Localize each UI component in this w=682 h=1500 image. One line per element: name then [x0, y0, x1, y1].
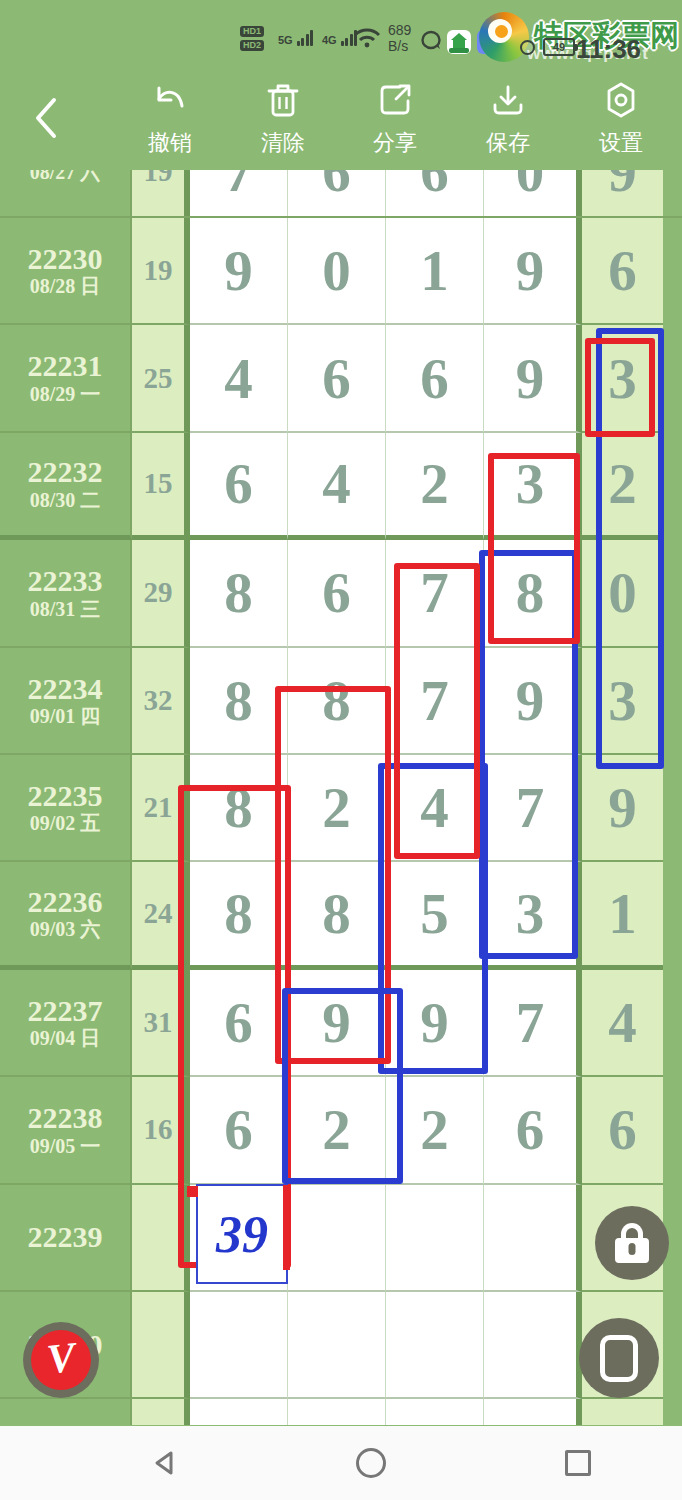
table-row: 08/27 六 19 7 6 6 0 9 — [0, 170, 682, 218]
tail-digit-cell: 6 — [582, 1077, 663, 1184]
sum-cell: 25 — [132, 325, 190, 432]
issue-cell: 22231 08/29 一 — [0, 325, 132, 432]
recents-square-icon — [565, 1450, 591, 1476]
hd-voice-icons: HD1 HD2 — [240, 26, 264, 51]
undo-icon — [127, 76, 213, 124]
digit-cell-1 — [190, 1399, 288, 1425]
handwritten-note-39: 39 — [196, 1184, 288, 1284]
wifi-icon — [352, 26, 382, 52]
digit-cell-2 — [288, 1292, 386, 1399]
blue-box-col2-22237-38 — [282, 988, 403, 1184]
issue-cell: 22239 — [0, 1185, 132, 1292]
digit-cell-4: 0 — [484, 170, 582, 218]
sum-cell: 15 — [132, 433, 190, 540]
issue-cell: 22236 09/03 六 — [0, 862, 132, 969]
digit-cell-1: 4 — [190, 325, 288, 432]
issue-date: 09/02 五 — [30, 811, 101, 835]
issue-cell — [0, 1399, 132, 1425]
clock-time: 11:36 — [576, 34, 641, 65]
red-box-tail-22231 — [585, 338, 655, 437]
tail-digit-cell: 1 — [582, 862, 663, 969]
issue-cell: 22232 08/30 二 — [0, 433, 132, 540]
digit-cell-3: 1 — [386, 218, 484, 325]
sum-cell: 19 — [132, 218, 190, 325]
status-bar: HD1 HD2 5G 4G 689 B/s — [0, 0, 682, 66]
save-icon — [465, 76, 551, 124]
share-icon — [352, 76, 438, 124]
share-button[interactable]: 分享 — [352, 76, 438, 158]
app-screen: HD1 HD2 5G 4G 689 B/s — [0, 0, 682, 1500]
digit-cell-3: 6 — [386, 170, 484, 218]
issue-number: 22238 — [28, 1102, 103, 1134]
nav-back-button[interactable] — [60, 1450, 267, 1476]
issue-cell: 22233 08/31 三 — [0, 540, 132, 647]
tail-digit-cell: 9 — [582, 755, 663, 862]
sum-cell: 19 — [132, 170, 190, 218]
digit-cell-3 — [386, 1292, 484, 1399]
digit-cell-3: 2 — [386, 433, 484, 540]
digit-cell-1: 9 — [190, 218, 288, 325]
digit-cell-4: 7 — [484, 970, 582, 1077]
issue-number: 22235 — [28, 780, 103, 812]
lock-icon — [621, 1223, 643, 1239]
settings-icon — [578, 76, 664, 124]
issue-date: 09/05 一 — [30, 1134, 101, 1158]
issue-cell: 08/27 六 — [0, 170, 132, 218]
chat-icon — [420, 30, 444, 56]
issue-date: 08/30 二 — [30, 488, 101, 512]
issue-number: 22230 — [28, 243, 103, 275]
digit-cell-1: 8 — [190, 540, 288, 647]
android-navbar — [0, 1426, 682, 1500]
digit-cell-4 — [484, 1185, 582, 1292]
network-speed: 689 B/s — [388, 22, 411, 54]
tail-digit-cell: 9 — [582, 170, 663, 218]
undo-button[interactable]: 撤销 — [127, 76, 213, 158]
issue-date: 08/28 日 — [30, 274, 101, 298]
nav-home-button[interactable] — [267, 1448, 474, 1478]
red-pen-dot — [187, 1186, 198, 1197]
stop-button[interactable] — [579, 1318, 659, 1398]
hd1-badge: HD1 — [240, 26, 264, 37]
issue-cell: 22234 09/01 四 — [0, 648, 132, 755]
digit-cell-4: 9 — [484, 218, 582, 325]
home-app-icon — [447, 30, 471, 54]
home-circle-icon — [356, 1448, 386, 1478]
tail-digit-cell — [582, 1399, 663, 1425]
issue-number: 22234 — [28, 673, 103, 705]
sum-cell: 32 — [132, 648, 190, 755]
speed-value: 689 — [388, 22, 411, 38]
issue-number: 22232 — [28, 456, 103, 488]
issue-date: 08/29 一 — [30, 382, 101, 406]
table-row: 22231 08/29 一 25 4 6 6 9 3 — [0, 325, 682, 432]
digit-cell-4 — [484, 1292, 582, 1399]
back-button[interactable] — [26, 90, 66, 146]
v-checkmark-icon: V — [45, 1333, 78, 1384]
red-box-col3-22233-35 — [394, 563, 480, 859]
tail-digit-cell: 4 — [582, 970, 663, 1077]
digit-cell-2: 6 — [288, 540, 386, 647]
digit-cell-2: 0 — [288, 218, 386, 325]
stop-icon — [600, 1335, 638, 1382]
digit-cell-1: 7 — [190, 170, 288, 218]
issue-number: 22236 — [28, 886, 103, 918]
digit-cell-2: 4 — [288, 433, 386, 540]
issue-date: 08/27 六 — [30, 170, 101, 184]
pen-tool-red-circle: V — [31, 1330, 91, 1390]
digit-cell-3 — [386, 1399, 484, 1425]
site-logo-swirl — [479, 12, 529, 62]
digit-cell-2: 6 — [288, 325, 386, 432]
issue-cell: 22238 09/05 一 — [0, 1077, 132, 1184]
issue-date: 09/01 四 — [30, 704, 101, 728]
issue-cell: 22237 09/04 日 — [0, 970, 132, 1077]
sum-cell — [132, 1399, 190, 1425]
battery-indicator: 49 — [543, 38, 575, 56]
red-box-col4-22232-33 — [488, 453, 580, 644]
issue-date: 09/04 日 — [30, 1026, 101, 1050]
digit-cell-3: 6 — [386, 325, 484, 432]
sum-cell: 29 — [132, 540, 190, 647]
lock-button[interactable] — [595, 1206, 669, 1280]
signal-5g-icon: 5G — [278, 30, 313, 46]
issue-number: 22239 — [28, 1221, 103, 1253]
issue-date: 09/03 六 — [30, 917, 101, 941]
issue-number: 22233 — [28, 565, 103, 597]
digit-cell-4: 6 — [484, 1077, 582, 1184]
trash-icon — [240, 76, 326, 124]
table-row: 22230 08/28 日 19 9 0 1 9 6 — [0, 218, 682, 325]
save-button[interactable]: 保存 — [465, 76, 551, 158]
red-pen-segment — [283, 1185, 290, 1270]
digit-cell-3 — [386, 1185, 484, 1292]
alarm-icon — [520, 40, 535, 55]
hd2-badge: HD2 — [240, 40, 264, 51]
table-row: 22239 — [0, 1185, 682, 1292]
speed-unit: B/s — [388, 38, 411, 54]
digit-cell-2 — [288, 1185, 386, 1292]
sum-cell — [132, 1292, 190, 1399]
issue-number: 22237 — [28, 995, 103, 1027]
digit-cell-4: 9 — [484, 325, 582, 432]
tail-digit-cell: 6 — [582, 218, 663, 325]
issue-number: 22231 — [28, 350, 103, 382]
issue-date: 08/31 三 — [30, 597, 101, 621]
settings-button[interactable]: 设置 — [578, 76, 664, 158]
digit-cell-1 — [190, 1292, 288, 1399]
nav-recents-button[interactable] — [475, 1450, 682, 1476]
digit-cell-4 — [484, 1399, 582, 1425]
digit-cell-2: 6 — [288, 170, 386, 218]
issue-cell: 22235 09/02 五 — [0, 755, 132, 862]
issue-cell: 22230 08/28 日 — [0, 218, 132, 325]
clear-button[interactable]: 清除 — [240, 76, 326, 158]
digit-cell-1: 8 — [190, 648, 288, 755]
table-row — [0, 1399, 682, 1425]
drawing-toolbar: 撤销 清除 分享 — [0, 66, 682, 170]
digit-cell-2 — [288, 1399, 386, 1425]
digit-cell-1: 6 — [190, 433, 288, 540]
pen-tool-button[interactable]: V — [23, 1322, 99, 1398]
